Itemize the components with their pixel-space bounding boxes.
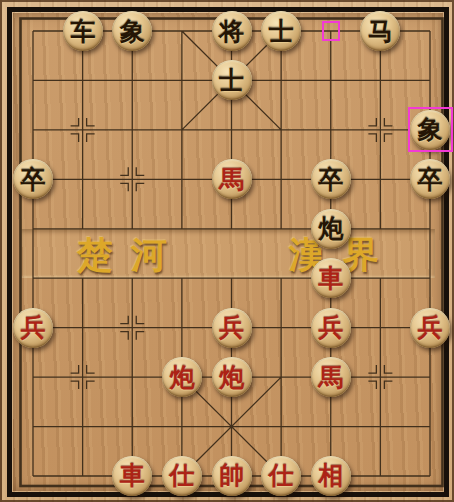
piece-black-elephant[interactable]: 象 xyxy=(112,11,152,51)
piece-glyph: 士 xyxy=(219,68,244,93)
piece-red-pawn[interactable]: 兵 xyxy=(311,308,351,348)
piece-black-chariot[interactable]: 车 xyxy=(63,11,103,51)
piece-black-general[interactable]: 将 xyxy=(212,11,252,51)
piece-glyph: 兵 xyxy=(21,315,46,340)
piece-red-cannon[interactable]: 炮 xyxy=(212,357,252,397)
piece-red-general[interactable]: 帥 xyxy=(212,456,252,496)
piece-glyph: 炮 xyxy=(318,216,343,241)
piece-red-chariot[interactable]: 車 xyxy=(112,456,152,496)
piece-glyph: 兵 xyxy=(219,315,244,340)
pieces-layer: 车象将士马士象卒馬卒卒炮車兵兵兵兵炮炮馬車仕帥仕相 xyxy=(0,0,454,502)
piece-red-pawn[interactable]: 兵 xyxy=(13,308,53,348)
piece-black-cannon[interactable]: 炮 xyxy=(311,209,351,249)
piece-red-cannon[interactable]: 炮 xyxy=(162,357,202,397)
piece-glyph: 象 xyxy=(120,19,145,44)
piece-glyph: 卒 xyxy=(21,167,46,192)
piece-glyph: 炮 xyxy=(169,365,194,390)
piece-red-horse[interactable]: 馬 xyxy=(311,357,351,397)
piece-red-advisor[interactable]: 仕 xyxy=(261,456,301,496)
piece-red-chariot[interactable]: 車 xyxy=(311,258,351,298)
piece-black-pawn[interactable]: 卒 xyxy=(13,159,53,199)
piece-glyph: 车 xyxy=(70,19,95,44)
piece-glyph: 馬 xyxy=(219,167,244,192)
piece-glyph: 兵 xyxy=(318,315,343,340)
piece-glyph: 帥 xyxy=(219,463,244,488)
piece-black-pawn[interactable]: 卒 xyxy=(311,159,351,199)
piece-black-horse[interactable]: 马 xyxy=(360,11,400,51)
piece-black-advisor[interactable]: 士 xyxy=(212,60,252,100)
piece-red-pawn[interactable]: 兵 xyxy=(212,308,252,348)
piece-red-horse[interactable]: 馬 xyxy=(212,159,252,199)
piece-red-elephant[interactable]: 相 xyxy=(311,456,351,496)
piece-glyph: 仕 xyxy=(269,463,294,488)
piece-glyph: 車 xyxy=(120,463,145,488)
piece-glyph: 卒 xyxy=(418,167,443,192)
last-move-to-highlight xyxy=(408,107,453,152)
xiangqi-board[interactable]: 楚河 漢界 车象将士马士象卒馬卒卒炮車兵兵兵兵炮炮馬車仕帥仕相 xyxy=(0,0,454,502)
piece-glyph: 卒 xyxy=(318,167,343,192)
piece-glyph: 馬 xyxy=(318,365,343,390)
piece-red-pawn[interactable]: 兵 xyxy=(410,308,450,348)
piece-glyph: 車 xyxy=(318,266,343,291)
piece-glyph: 炮 xyxy=(219,365,244,390)
piece-glyph: 马 xyxy=(368,19,393,44)
piece-glyph: 仕 xyxy=(169,463,194,488)
piece-glyph: 将 xyxy=(219,19,244,44)
piece-glyph: 士 xyxy=(269,19,294,44)
piece-red-advisor[interactable]: 仕 xyxy=(162,456,202,496)
piece-black-advisor[interactable]: 士 xyxy=(261,11,301,51)
piece-glyph: 相 xyxy=(318,463,343,488)
piece-black-pawn[interactable]: 卒 xyxy=(410,159,450,199)
piece-glyph: 兵 xyxy=(418,315,443,340)
